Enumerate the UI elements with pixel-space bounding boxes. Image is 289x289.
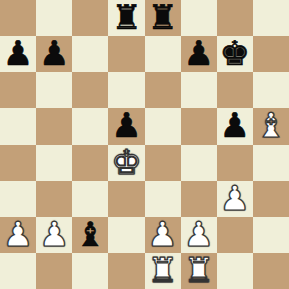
square-h5[interactable]: ♝ bbox=[253, 108, 289, 144]
piece-white-king-d4: ♚ bbox=[111, 145, 141, 179]
piece-black-pawn-b7: ♟ bbox=[39, 36, 69, 70]
square-e6[interactable] bbox=[145, 72, 181, 108]
square-e8[interactable]: ♜ bbox=[145, 0, 181, 36]
square-f5[interactable] bbox=[181, 108, 217, 144]
square-d8[interactable]: ♜ bbox=[108, 0, 144, 36]
square-g8[interactable] bbox=[217, 0, 253, 36]
square-c4[interactable] bbox=[72, 145, 108, 181]
square-d3[interactable] bbox=[108, 181, 144, 217]
square-a1[interactable] bbox=[0, 253, 36, 289]
piece-black-rook-e8: ♜ bbox=[147, 0, 177, 34]
square-g6[interactable] bbox=[217, 72, 253, 108]
piece-white-rook-e1: ♜ bbox=[147, 253, 177, 287]
chess-board: ♜♜♟♟♟♚♟♟♝♚♟♟♟♝♟♟♜♜ bbox=[0, 0, 289, 289]
piece-black-king-g7: ♚ bbox=[220, 36, 250, 70]
square-a8[interactable] bbox=[0, 0, 36, 36]
square-d7[interactable] bbox=[108, 36, 144, 72]
square-a3[interactable] bbox=[0, 181, 36, 217]
square-d1[interactable] bbox=[108, 253, 144, 289]
square-h4[interactable] bbox=[253, 145, 289, 181]
square-f4[interactable] bbox=[181, 145, 217, 181]
square-c6[interactable] bbox=[72, 72, 108, 108]
piece-black-pawn-d5: ♟ bbox=[111, 108, 141, 142]
piece-black-pawn-f7: ♟ bbox=[183, 36, 213, 70]
square-g5[interactable]: ♟ bbox=[217, 108, 253, 144]
square-f8[interactable] bbox=[181, 0, 217, 36]
square-f6[interactable] bbox=[181, 72, 217, 108]
square-h8[interactable] bbox=[253, 0, 289, 36]
piece-white-bishop-h5: ♝ bbox=[256, 108, 286, 142]
piece-white-pawn-e2: ♟ bbox=[147, 217, 177, 251]
square-a2[interactable]: ♟ bbox=[0, 217, 36, 253]
square-f1[interactable]: ♜ bbox=[181, 253, 217, 289]
square-g2[interactable] bbox=[217, 217, 253, 253]
square-b7[interactable]: ♟ bbox=[36, 36, 72, 72]
square-d6[interactable] bbox=[108, 72, 144, 108]
square-a5[interactable] bbox=[0, 108, 36, 144]
square-d5[interactable]: ♟ bbox=[108, 108, 144, 144]
square-h2[interactable] bbox=[253, 217, 289, 253]
square-c8[interactable] bbox=[72, 0, 108, 36]
square-g1[interactable] bbox=[217, 253, 253, 289]
square-h1[interactable] bbox=[253, 253, 289, 289]
square-b2[interactable]: ♟ bbox=[36, 217, 72, 253]
square-c7[interactable] bbox=[72, 36, 108, 72]
square-h6[interactable] bbox=[253, 72, 289, 108]
square-e7[interactable] bbox=[145, 36, 181, 72]
piece-black-rook-d8: ♜ bbox=[111, 0, 141, 34]
square-d4[interactable]: ♚ bbox=[108, 145, 144, 181]
square-g4[interactable] bbox=[217, 145, 253, 181]
square-e1[interactable]: ♜ bbox=[145, 253, 181, 289]
piece-white-pawn-a2: ♟ bbox=[3, 217, 33, 251]
square-c1[interactable] bbox=[72, 253, 108, 289]
square-b5[interactable] bbox=[36, 108, 72, 144]
piece-black-bishop-c2: ♝ bbox=[75, 217, 105, 251]
square-c5[interactable] bbox=[72, 108, 108, 144]
piece-white-pawn-b2: ♟ bbox=[39, 217, 69, 251]
piece-white-pawn-g3: ♟ bbox=[220, 181, 250, 215]
square-g3[interactable]: ♟ bbox=[217, 181, 253, 217]
square-b6[interactable] bbox=[36, 72, 72, 108]
square-a4[interactable] bbox=[0, 145, 36, 181]
square-d2[interactable] bbox=[108, 217, 144, 253]
square-f7[interactable]: ♟ bbox=[181, 36, 217, 72]
square-c3[interactable] bbox=[72, 181, 108, 217]
square-e2[interactable]: ♟ bbox=[145, 217, 181, 253]
square-g7[interactable]: ♚ bbox=[217, 36, 253, 72]
square-h7[interactable] bbox=[253, 36, 289, 72]
piece-black-pawn-a7: ♟ bbox=[3, 36, 33, 70]
piece-white-rook-f1: ♜ bbox=[183, 253, 213, 287]
square-a7[interactable]: ♟ bbox=[0, 36, 36, 72]
square-e5[interactable] bbox=[145, 108, 181, 144]
square-e3[interactable] bbox=[145, 181, 181, 217]
square-b8[interactable] bbox=[36, 0, 72, 36]
square-b1[interactable] bbox=[36, 253, 72, 289]
square-a6[interactable] bbox=[0, 72, 36, 108]
square-h3[interactable] bbox=[253, 181, 289, 217]
piece-white-pawn-f2: ♟ bbox=[183, 217, 213, 251]
square-e4[interactable] bbox=[145, 145, 181, 181]
square-b4[interactable] bbox=[36, 145, 72, 181]
square-f2[interactable]: ♟ bbox=[181, 217, 217, 253]
piece-black-pawn-g5: ♟ bbox=[220, 108, 250, 142]
square-f3[interactable] bbox=[181, 181, 217, 217]
square-b3[interactable] bbox=[36, 181, 72, 217]
chess-board-wrap: ♜♜♟♟♟♚♟♟♝♚♟♟♟♝♟♟♜♜ bbox=[0, 0, 289, 289]
square-c2[interactable]: ♝ bbox=[72, 217, 108, 253]
